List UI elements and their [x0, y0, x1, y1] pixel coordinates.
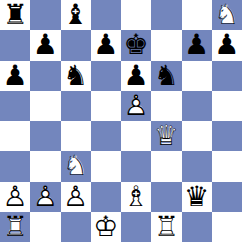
- piece-glyph: ♖: [0, 212, 30, 242]
- square-g3[interactable]: [182, 151, 212, 181]
- square-a8[interactable]: ♜: [0, 0, 30, 30]
- square-c6[interactable]: ♞: [61, 61, 91, 91]
- piece-white-rook-f1[interactable]: ♜♖: [151, 212, 181, 242]
- piece-black-pawn-b7[interactable]: ♟: [30, 30, 60, 60]
- square-a3[interactable]: [0, 151, 30, 181]
- piece-glyph: ♙: [61, 182, 91, 212]
- piece-glyph: ♔: [91, 212, 121, 242]
- chess-board: ♜♝♞♘♟♟♚♟♟♟♞♟♞♟♙♛♕♞♘♟♙♟♙♟♙♝♗♛♜♖♚♔♜♖: [0, 0, 242, 242]
- piece-white-pawn-e5[interactable]: ♟♙: [121, 91, 151, 121]
- piece-white-bishop-e2[interactable]: ♝♗: [121, 182, 151, 212]
- square-e4[interactable]: [121, 121, 151, 151]
- square-a7[interactable]: [0, 30, 30, 60]
- piece-glyph: ♚: [121, 30, 151, 60]
- piece-glyph: ♙: [0, 182, 30, 212]
- square-h6[interactable]: [212, 61, 242, 91]
- piece-glyph: ♗: [121, 182, 151, 212]
- square-g1[interactable]: [182, 212, 212, 242]
- square-e6[interactable]: ♟: [121, 61, 151, 91]
- square-a5[interactable]: [0, 91, 30, 121]
- piece-glyph: ♙: [30, 182, 60, 212]
- piece-glyph: ♜: [0, 0, 30, 30]
- piece-black-king-e7[interactable]: ♚: [121, 30, 151, 60]
- square-h2[interactable]: [212, 182, 242, 212]
- piece-white-pawn-a2[interactable]: ♟♙: [0, 182, 30, 212]
- square-a4[interactable]: [0, 121, 30, 151]
- square-d4[interactable]: [91, 121, 121, 151]
- square-b3[interactable]: [30, 151, 60, 181]
- piece-black-pawn-d7[interactable]: ♟: [91, 30, 121, 60]
- square-d8[interactable]: [91, 0, 121, 30]
- piece-black-knight-c6[interactable]: ♞: [61, 61, 91, 91]
- chess-app: ♜♝♞♘♟♟♚♟♟♟♞♟♞♟♙♛♕♞♘♟♙♟♙♟♙♝♗♛♜♖♚♔♜♖: [0, 0, 242, 242]
- piece-white-pawn-c2[interactable]: ♟♙: [61, 182, 91, 212]
- piece-glyph: ♞: [61, 61, 91, 91]
- piece-white-knight-c3[interactable]: ♞♘: [61, 151, 91, 181]
- square-d6[interactable]: [91, 61, 121, 91]
- square-c5[interactable]: [61, 91, 91, 121]
- piece-glyph: ♟: [0, 61, 30, 91]
- piece-white-pawn-b2[interactable]: ♟♙: [30, 182, 60, 212]
- square-f6[interactable]: ♞: [151, 61, 181, 91]
- square-g6[interactable]: [182, 61, 212, 91]
- piece-glyph: ♟: [121, 61, 151, 91]
- square-g8[interactable]: [182, 0, 212, 30]
- piece-white-king-d1[interactable]: ♚♔: [91, 212, 121, 242]
- square-d7[interactable]: ♟: [91, 30, 121, 60]
- piece-glyph: ♞: [151, 61, 181, 91]
- piece-black-pawn-a6[interactable]: ♟: [0, 61, 30, 91]
- square-c2[interactable]: ♟♙: [61, 182, 91, 212]
- piece-glyph: ♘: [212, 0, 242, 30]
- piece-glyph: ♕: [151, 121, 181, 151]
- piece-glyph: ♟: [91, 30, 121, 60]
- square-h4[interactable]: [212, 121, 242, 151]
- square-g2[interactable]: ♛: [182, 182, 212, 212]
- piece-black-pawn-e6[interactable]: ♟: [121, 61, 151, 91]
- square-d5[interactable]: [91, 91, 121, 121]
- square-f2[interactable]: [151, 182, 181, 212]
- square-b2[interactable]: ♟♙: [30, 182, 60, 212]
- square-h7[interactable]: ♟: [212, 30, 242, 60]
- square-g4[interactable]: [182, 121, 212, 151]
- square-f1[interactable]: ♜♖: [151, 212, 181, 242]
- square-e2[interactable]: ♝♗: [121, 182, 151, 212]
- square-h1[interactable]: [212, 212, 242, 242]
- piece-black-rook-a8[interactable]: ♜: [0, 0, 30, 30]
- square-b4[interactable]: [30, 121, 60, 151]
- square-c1[interactable]: [61, 212, 91, 242]
- piece-black-pawn-h7[interactable]: ♟: [212, 30, 242, 60]
- piece-black-pawn-g7[interactable]: ♟: [182, 30, 212, 60]
- piece-glyph: ♘: [61, 151, 91, 181]
- square-e1[interactable]: [121, 212, 151, 242]
- piece-glyph: ♟: [30, 30, 60, 60]
- square-b5[interactable]: [30, 91, 60, 121]
- square-f5[interactable]: [151, 91, 181, 121]
- piece-glyph: ♖: [151, 212, 181, 242]
- square-b8[interactable]: [30, 0, 60, 30]
- square-f3[interactable]: [151, 151, 181, 181]
- piece-glyph: ♙: [121, 91, 151, 121]
- square-e3[interactable]: [121, 151, 151, 181]
- square-g5[interactable]: [182, 91, 212, 121]
- square-f7[interactable]: [151, 30, 181, 60]
- square-e8[interactable]: [121, 0, 151, 30]
- square-d3[interactable]: [91, 151, 121, 181]
- square-c7[interactable]: [61, 30, 91, 60]
- square-c4[interactable]: [61, 121, 91, 151]
- piece-white-queen-f4[interactable]: ♛♕: [151, 121, 181, 151]
- square-e7[interactable]: ♚: [121, 30, 151, 60]
- square-a1[interactable]: ♜♖: [0, 212, 30, 242]
- piece-black-bishop-c8[interactable]: ♝: [61, 0, 91, 30]
- square-h8[interactable]: ♞♘: [212, 0, 242, 30]
- square-d2[interactable]: [91, 182, 121, 212]
- square-f8[interactable]: [151, 0, 181, 30]
- square-h3[interactable]: [212, 151, 242, 181]
- square-b1[interactable]: [30, 212, 60, 242]
- piece-glyph: ♟: [182, 30, 212, 60]
- square-b6[interactable]: [30, 61, 60, 91]
- square-h5[interactable]: [212, 91, 242, 121]
- square-d1[interactable]: ♚♔: [91, 212, 121, 242]
- piece-black-queen-g2[interactable]: ♛: [182, 182, 212, 212]
- square-g7[interactable]: ♟: [182, 30, 212, 60]
- square-e5[interactable]: ♟♙: [121, 91, 151, 121]
- square-f4[interactable]: ♛♕: [151, 121, 181, 151]
- square-a2[interactable]: ♟♙: [0, 182, 30, 212]
- square-a6[interactable]: ♟: [0, 61, 30, 91]
- piece-glyph: ♝: [61, 0, 91, 30]
- piece-glyph: ♛: [182, 182, 212, 212]
- square-b7[interactable]: ♟: [30, 30, 60, 60]
- piece-white-rook-a1[interactable]: ♜♖: [0, 212, 30, 242]
- piece-glyph: ♟: [212, 30, 242, 60]
- piece-white-knight-h8[interactable]: ♞♘: [212, 0, 242, 30]
- piece-black-knight-f6[interactable]: ♞: [151, 61, 181, 91]
- square-c8[interactable]: ♝: [61, 0, 91, 30]
- square-c3[interactable]: ♞♘: [61, 151, 91, 181]
